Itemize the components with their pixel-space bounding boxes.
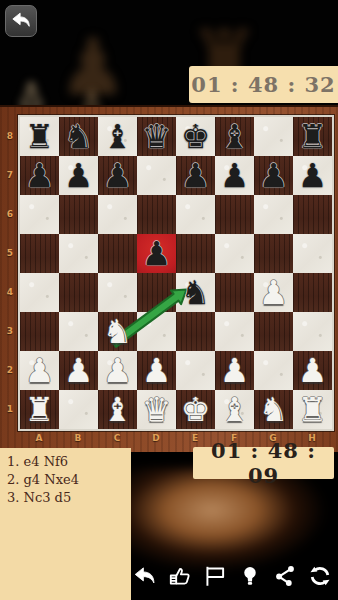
move-line-1: 1. e4 Nf6 [7, 453, 131, 471]
square-e1[interactable]: ♚ [176, 390, 215, 429]
square-a8[interactable]: ♜ [20, 117, 59, 156]
rank-label-3: 3 [3, 325, 17, 337]
square-b5[interactable] [59, 234, 98, 273]
square-f1[interactable]: ♝ [215, 390, 254, 429]
square-g4[interactable]: ♟ [254, 273, 293, 312]
square-b2[interactable]: ♟ [59, 351, 98, 390]
white-pawn-d2: ♟ [142, 351, 172, 390]
white-bishop-c1: ♝ [103, 390, 133, 429]
black-knight-e4: ♞ [181, 273, 211, 312]
move-line-2: 2. g4 Nxe4 [7, 471, 131, 489]
square-a7[interactable]: ♟ [20, 156, 59, 195]
square-g1[interactable]: ♞ [254, 390, 293, 429]
black-bishop-c8: ♝ [103, 117, 133, 156]
black-pawn-b7: ♟ [64, 156, 94, 195]
square-d3[interactable] [137, 312, 176, 351]
replay-button[interactable] [306, 563, 334, 591]
rank-label-6: 6 [3, 208, 17, 220]
black-rook-a8: ♜ [25, 117, 55, 156]
square-d5[interactable]: ♟ [137, 234, 176, 273]
black-bishop-f8: ♝ [220, 117, 250, 156]
white-bishop-f1: ♝ [220, 390, 250, 429]
square-e3[interactable] [176, 312, 215, 351]
square-a1[interactable]: ♜ [20, 390, 59, 429]
square-f6[interactable] [215, 195, 254, 234]
share-button[interactable] [271, 563, 299, 591]
square-d2[interactable]: ♟ [137, 351, 176, 390]
replay-refresh-icon [307, 563, 333, 592]
square-c2[interactable]: ♟ [98, 351, 137, 390]
square-h6[interactable] [293, 195, 332, 234]
square-c8[interactable]: ♝ [98, 117, 137, 156]
square-d1[interactable]: ♛ [137, 390, 176, 429]
square-c6[interactable] [98, 195, 137, 234]
board-frame: ♜♞♝♛♚♝♜♟♟♟♟♟♟♟♟♞♟♞♟♟♟♟♟♟♜♝♛♚♝♞♜ [18, 115, 334, 431]
black-knight-b8: ♞ [64, 117, 94, 156]
back-button[interactable] [5, 5, 37, 37]
square-e8[interactable]: ♚ [176, 117, 215, 156]
square-e5[interactable] [176, 234, 215, 273]
white-rook-a1: ♜ [25, 390, 55, 429]
black-queen-d8: ♛ [142, 117, 172, 156]
square-h5[interactable] [293, 234, 332, 273]
black-pawn-e7: ♟ [181, 156, 211, 195]
square-f2[interactable]: ♟ [215, 351, 254, 390]
square-c4[interactable] [98, 273, 137, 312]
black-pawn-g7: ♟ [259, 156, 289, 195]
white-pawn-h2: ♟ [298, 351, 328, 390]
file-label-B: B [71, 432, 85, 444]
rank-label-7: 7 [3, 169, 17, 181]
light-bulb-icon [237, 563, 263, 592]
square-b1[interactable] [59, 390, 98, 429]
square-a5[interactable] [20, 234, 59, 273]
square-f4[interactable] [215, 273, 254, 312]
white-king-e1: ♚ [181, 390, 211, 429]
hint-bulb-button[interactable] [236, 563, 264, 591]
blurred-light-pawn-silhouette-2: ♙ [80, 88, 103, 105]
black-pawn-d5: ♟ [142, 234, 172, 273]
blurred-light-pawn-silhouette: ♙ [16, 78, 46, 105]
square-h4[interactable] [293, 273, 332, 312]
white-pawn-f2: ♟ [220, 351, 250, 390]
square-e7[interactable]: ♟ [176, 156, 215, 195]
square-b6[interactable] [59, 195, 98, 234]
back-arrow-icon [9, 8, 33, 35]
square-c1[interactable]: ♝ [98, 390, 137, 429]
rank-label-4: 4 [3, 286, 17, 298]
white-pawn-c2: ♟ [103, 351, 133, 390]
square-a2[interactable]: ♟ [20, 351, 59, 390]
square-h8[interactable]: ♜ [293, 117, 332, 156]
square-a4[interactable] [20, 273, 59, 312]
square-e6[interactable] [176, 195, 215, 234]
square-f7[interactable]: ♟ [215, 156, 254, 195]
player-clock: 01 : 48 : 09 [193, 447, 334, 479]
square-e4[interactable]: ♞ [176, 273, 215, 312]
black-pawn-a7: ♟ [25, 156, 55, 195]
undo-icon [132, 563, 158, 592]
flag-icon [202, 563, 228, 592]
square-g6[interactable] [254, 195, 293, 234]
square-f8[interactable]: ♝ [215, 117, 254, 156]
white-knight-g1: ♞ [259, 390, 289, 429]
square-g7[interactable]: ♟ [254, 156, 293, 195]
square-c7[interactable]: ♟ [98, 156, 137, 195]
chess-app-screen: ♟ ♜ ♙ ♙ 01 : 48 : 32 ♜♞♝♛♚♝♜♟♟♟♟♟♟♟♟♞♟♞♟… [0, 0, 338, 600]
square-f5[interactable] [215, 234, 254, 273]
thumbs-up-icon [167, 563, 193, 592]
white-rook-h1: ♜ [298, 390, 328, 429]
square-c5[interactable] [98, 234, 137, 273]
black-pawn-c7: ♟ [103, 156, 133, 195]
share-icon [272, 563, 298, 592]
square-b7[interactable]: ♟ [59, 156, 98, 195]
white-pawn-b2: ♟ [64, 351, 94, 390]
black-pawn-h7: ♟ [298, 156, 328, 195]
square-d6[interactable] [137, 195, 176, 234]
file-label-A: A [32, 432, 46, 444]
square-d8[interactable]: ♛ [137, 117, 176, 156]
black-king-e8: ♚ [181, 117, 211, 156]
square-e2[interactable] [176, 351, 215, 390]
square-g8[interactable] [254, 117, 293, 156]
rank-label-8: 8 [3, 130, 17, 142]
square-a3[interactable] [20, 312, 59, 351]
chess-board[interactable]: ♜♞♝♛♚♝♜♟♟♟♟♟♟♟♟♞♟♞♟♟♟♟♟♟♜♝♛♚♝♞♜ [20, 117, 332, 429]
white-pawn-g4: ♟ [259, 273, 289, 312]
square-g5[interactable] [254, 234, 293, 273]
square-h7[interactable]: ♟ [293, 156, 332, 195]
square-h1[interactable]: ♜ [293, 390, 332, 429]
white-queen-d1: ♛ [142, 390, 172, 429]
rank-label-2: 2 [3, 364, 17, 376]
rank-label-1: 1 [3, 403, 17, 415]
square-b3[interactable] [59, 312, 98, 351]
square-h2[interactable]: ♟ [293, 351, 332, 390]
square-g3[interactable] [254, 312, 293, 351]
square-f3[interactable] [215, 312, 254, 351]
bottom-toolbar [131, 560, 334, 594]
rank-label-5: 5 [3, 247, 17, 259]
thumbs-up-button[interactable] [166, 563, 194, 591]
undo-button[interactable] [131, 563, 159, 591]
white-knight-c3: ♞ [103, 312, 133, 351]
move-list-panel: 1. e4 Nf6 2. g4 Nxe4 3. Nc3 d5 [0, 448, 131, 600]
square-h3[interactable] [293, 312, 332, 351]
square-b4[interactable] [59, 273, 98, 312]
opponent-clock: 01 : 48 : 32 [189, 66, 338, 103]
black-pawn-f7: ♟ [220, 156, 250, 195]
file-label-C: C [110, 432, 124, 444]
square-a6[interactable] [20, 195, 59, 234]
file-label-D: D [149, 432, 163, 444]
square-d7[interactable] [137, 156, 176, 195]
move-line-3: 3. Nc3 d5 [7, 489, 131, 507]
square-g2[interactable] [254, 351, 293, 390]
black-rook-h8: ♜ [298, 117, 328, 156]
square-d4[interactable] [137, 273, 176, 312]
flag-button[interactable] [201, 563, 229, 591]
white-pawn-a2: ♟ [25, 351, 55, 390]
square-c3[interactable]: ♞ [98, 312, 137, 351]
square-b8[interactable]: ♞ [59, 117, 98, 156]
